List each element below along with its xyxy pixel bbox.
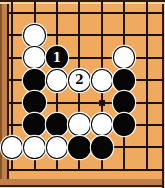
stone-black [46,113,68,136]
stone-black [23,91,45,114]
stone-black [113,113,135,136]
stone-white [91,113,113,136]
stone-black-1: 1 [46,46,68,69]
stone-white [46,69,68,92]
stone-white [113,46,135,69]
stone-white-2: 2 [68,69,90,92]
frame-right-light [164,0,165,188]
go-board-diagram: 12 [0,0,165,188]
move-number-label: 2 [75,74,83,86]
stone-grid: 12 [1,2,158,181]
stone-black [68,136,90,159]
stone-white [23,136,45,159]
frame-bottom-light [0,187,165,188]
stone-white [91,69,113,92]
stone-white [23,46,45,69]
stone-black [23,69,45,92]
stone-white [46,136,68,159]
stone-white [1,136,23,159]
stone-black [91,136,113,159]
stone-white [23,24,45,47]
stone-white [68,113,90,136]
stone-black [113,69,135,92]
move-number-label: 1 [53,52,61,64]
stone-black [23,113,45,136]
stone-black [113,91,135,114]
